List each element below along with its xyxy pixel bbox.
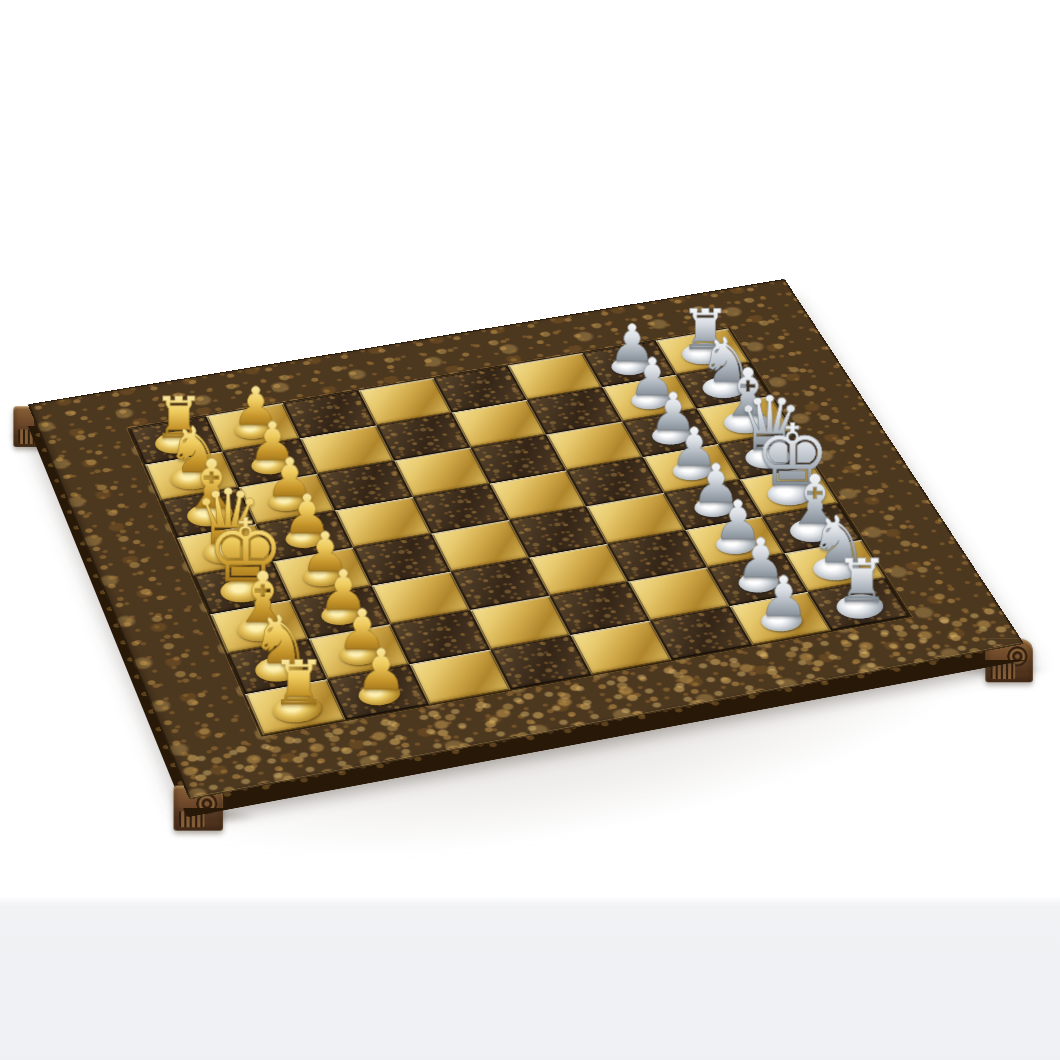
rook-glyph: ♜ — [235, 653, 362, 714]
pawn-glyph: ♟ — [722, 570, 846, 626]
square-f4[interactable] — [450, 557, 549, 610]
photo-scene: ♜♟♟♜♞♟♟♞♝♟♟♝♛♟♟♛♚♟♟♚♝♟♟♝♞♟♟♞♜♟♟♜ — [0, 0, 1060, 1060]
chess-board[interactable]: ♜♟♟♜♞♟♟♞♝♟♟♝♛♟♟♛♚♟♟♚♝♟♟♝♞♟♟♞♜♟♟♜ — [28, 279, 1025, 800]
